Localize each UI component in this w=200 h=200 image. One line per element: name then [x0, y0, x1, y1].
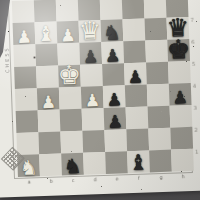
square-h8[interactable]: [166, 0, 189, 18]
file-label-a: a: [18, 178, 40, 185]
file-label-h: h: [172, 173, 194, 180]
square-d6[interactable]: ♟: [79, 42, 102, 65]
square-g1[interactable]: [149, 150, 172, 173]
square-h5[interactable]: [168, 61, 191, 84]
square-a4[interactable]: [15, 88, 38, 111]
square-g5[interactable]: [146, 62, 169, 85]
square-f8[interactable]: [122, 0, 145, 19]
piece-white-pawn[interactable]: ♟: [84, 92, 100, 110]
square-b4[interactable]: ♟: [37, 88, 60, 111]
square-a8[interactable]: [12, 0, 35, 23]
square-a3[interactable]: [16, 110, 39, 133]
square-f7[interactable]: [123, 18, 146, 41]
file-label-e: e: [106, 175, 128, 182]
square-h6[interactable]: ♚: [167, 39, 190, 62]
square-g6[interactable]: [145, 40, 168, 63]
piece-black-pawn[interactable]: ♟: [107, 113, 123, 131]
square-e2[interactable]: [104, 129, 127, 152]
square-e8[interactable]: [100, 0, 123, 20]
file-label-b: b: [40, 177, 62, 184]
rank-label-8: 8: [190, 0, 200, 17]
square-a5[interactable]: [14, 66, 37, 89]
square-g2[interactable]: [148, 128, 171, 151]
square-h7[interactable]: ♛: [166, 17, 189, 40]
square-d4[interactable]: ♟: [81, 86, 104, 109]
square-e6[interactable]: ♟: [101, 41, 124, 64]
piece-white-bishop[interactable]: ♝: [36, 24, 56, 46]
square-c4[interactable]: [59, 87, 82, 110]
square-b8[interactable]: [34, 0, 57, 22]
file-label-f: f: [128, 174, 150, 181]
piece-white-queen[interactable]: ♛: [78, 18, 101, 44]
square-e1[interactable]: [105, 151, 128, 174]
square-f1[interactable]: ♝: [127, 150, 150, 173]
square-b6[interactable]: [35, 44, 58, 67]
rank-label-3: 3: [194, 104, 200, 126]
square-h2[interactable]: [170, 127, 193, 150]
square-c8[interactable]: [56, 0, 79, 22]
square-d8[interactable]: [78, 0, 101, 21]
file-label-c: c: [62, 177, 84, 184]
square-d1[interactable]: [83, 152, 106, 175]
square-g7[interactable]: [144, 18, 167, 41]
square-h4[interactable]: ♟: [169, 83, 192, 106]
chess-board: ♟♝♟♛♞♛♟♟♚♚♟♟♟♟♟♟♞♞♝ CHESS abcdefgh 87654…: [0, 0, 200, 198]
square-e7[interactable]: ♞: [101, 19, 124, 42]
square-a2[interactable]: [16, 132, 39, 155]
square-e5[interactable]: [102, 63, 125, 86]
square-b1[interactable]: [39, 153, 62, 176]
piece-black-pawn[interactable]: ♟: [172, 89, 188, 107]
photo-grain-specks: [0, 0, 1, 1]
board-grid: ♟♝♟♛♞♛♟♟♚♚♟♟♟♟♟♟♞♞♝: [12, 0, 194, 177]
file-label-d: d: [84, 176, 106, 183]
square-d5[interactable]: [80, 64, 103, 87]
square-c3[interactable]: [60, 109, 83, 132]
square-h3[interactable]: [170, 105, 193, 128]
square-g4[interactable]: [147, 84, 170, 107]
piece-black-pawn[interactable]: ♟: [105, 47, 121, 65]
piece-white-king[interactable]: ♚: [57, 62, 81, 89]
piece-black-pawn[interactable]: ♟: [106, 91, 122, 109]
square-a6[interactable]: [13, 44, 36, 67]
square-d3[interactable]: [82, 108, 105, 131]
square-e3[interactable]: ♟: [104, 107, 127, 130]
square-g8[interactable]: [144, 0, 167, 18]
square-d2[interactable]: [82, 130, 105, 153]
square-d7[interactable]: ♛: [79, 20, 102, 43]
piece-black-pawn[interactable]: ♟: [83, 48, 99, 66]
piece-black-pawn[interactable]: ♟: [128, 69, 144, 87]
piece-black-king[interactable]: ♚: [166, 36, 190, 63]
square-b3[interactable]: [38, 109, 61, 132]
piece-white-pawn[interactable]: ♟: [40, 94, 56, 112]
rank-label-2: 2: [194, 126, 200, 148]
rank-label-4: 4: [193, 82, 200, 104]
piece-black-knight[interactable]: ♞: [103, 22, 122, 43]
chessboard-photo: ♟♝♟♛♞♛♟♟♚♚♟♟♟♟♟♟♞♞♝ CHESS abcdefgh 87654…: [0, 0, 200, 200]
piece-black-bishop[interactable]: ♝: [129, 152, 149, 174]
square-a7[interactable]: ♟: [13, 22, 36, 45]
square-b7[interactable]: ♝: [35, 22, 58, 45]
square-f5[interactable]: ♟: [124, 62, 147, 85]
square-f2[interactable]: [126, 128, 149, 151]
piece-white-pawn[interactable]: ♟: [60, 27, 76, 45]
square-c1[interactable]: ♞: [61, 153, 84, 176]
piece-white-pawn[interactable]: ♟: [16, 28, 32, 46]
board-brand-text: CHESS: [3, 46, 10, 73]
square-b5[interactable]: [36, 66, 59, 89]
square-f3[interactable]: [126, 106, 149, 129]
square-b2[interactable]: [38, 131, 61, 154]
rank-label-7: 7: [190, 17, 200, 39]
square-c2[interactable]: [60, 131, 83, 154]
piece-black-queen[interactable]: ♛: [166, 15, 189, 41]
square-c5[interactable]: ♚: [58, 65, 81, 88]
piece-black-knight[interactable]: ♞: [63, 156, 82, 177]
square-c7[interactable]: ♟: [57, 21, 80, 44]
square-e4[interactable]: ♟: [103, 85, 126, 108]
square-f6[interactable]: [123, 40, 146, 63]
file-label-g: g: [150, 174, 172, 181]
square-h1[interactable]: [171, 149, 194, 172]
rank-label-5: 5: [192, 60, 200, 82]
rank-label-6: 6: [191, 39, 200, 61]
square-f4[interactable]: [125, 84, 148, 107]
square-g3[interactable]: [148, 106, 171, 129]
rank-label-1: 1: [195, 148, 200, 170]
square-c6[interactable]: [57, 43, 80, 66]
